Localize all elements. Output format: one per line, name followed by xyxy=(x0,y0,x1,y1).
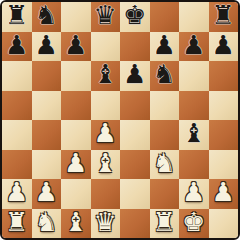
white-pawn-h2[interactable]: ♟ xyxy=(212,179,235,207)
square-f6[interactable]: ♞ xyxy=(150,61,180,91)
white-pawn-a2[interactable]: ♟ xyxy=(5,179,28,207)
square-d7[interactable] xyxy=(91,32,121,62)
black-rook-h8[interactable]: ♜ xyxy=(212,2,235,30)
square-g4[interactable]: ♝ xyxy=(179,120,209,150)
square-b1[interactable]: ♞ xyxy=(32,209,62,239)
square-e6[interactable]: ♟ xyxy=(120,61,150,91)
white-pawn-d4[interactable]: ♟ xyxy=(94,120,117,148)
black-queen-d8[interactable]: ♛ xyxy=(94,2,117,30)
square-g5[interactable] xyxy=(179,91,209,121)
white-pawn-c3[interactable]: ♟ xyxy=(64,150,87,178)
black-rook-a8[interactable]: ♜ xyxy=(5,2,28,30)
square-c3[interactable]: ♟ xyxy=(61,150,91,180)
square-a6[interactable] xyxy=(2,61,32,91)
square-h8[interactable]: ♜ xyxy=(209,2,239,32)
square-a8[interactable]: ♜ xyxy=(2,2,32,32)
square-d5[interactable] xyxy=(91,91,121,121)
black-pawn-b7[interactable]: ♟ xyxy=(35,32,58,60)
square-a5[interactable] xyxy=(2,91,32,121)
square-c5[interactable] xyxy=(61,91,91,121)
black-king-e8[interactable]: ♚ xyxy=(123,2,146,30)
square-f7[interactable]: ♟ xyxy=(150,32,180,62)
white-queen-d1[interactable]: ♛ xyxy=(94,209,117,237)
square-c1[interactable]: ♝ xyxy=(61,209,91,239)
square-e1[interactable] xyxy=(120,209,150,239)
square-d8[interactable]: ♛ xyxy=(91,2,121,32)
square-b6[interactable] xyxy=(32,61,62,91)
square-c8[interactable] xyxy=(61,2,91,32)
square-g8[interactable] xyxy=(179,2,209,32)
square-b5[interactable] xyxy=(32,91,62,121)
square-e3[interactable] xyxy=(120,150,150,180)
black-bishop-d6[interactable]: ♝ xyxy=(94,61,117,89)
white-rook-f1[interactable]: ♜ xyxy=(153,209,176,237)
black-pawn-h7[interactable]: ♟ xyxy=(212,32,235,60)
square-f4[interactable] xyxy=(150,120,180,150)
square-h5[interactable] xyxy=(209,91,239,121)
square-h1[interactable] xyxy=(209,209,239,239)
square-d6[interactable]: ♝ xyxy=(91,61,121,91)
square-g6[interactable] xyxy=(179,61,209,91)
square-d1[interactable]: ♛ xyxy=(91,209,121,239)
square-e2[interactable] xyxy=(120,179,150,209)
square-a2[interactable]: ♟ xyxy=(2,179,32,209)
square-c2[interactable] xyxy=(61,179,91,209)
square-f8[interactable] xyxy=(150,2,180,32)
square-d3[interactable]: ♝ xyxy=(91,150,121,180)
square-a4[interactable] xyxy=(2,120,32,150)
black-bishop-g4[interactable]: ♝ xyxy=(182,120,205,148)
white-rook-a1[interactable]: ♜ xyxy=(5,209,28,237)
black-pawn-a7[interactable]: ♟ xyxy=(5,32,28,60)
square-d4[interactable]: ♟ xyxy=(91,120,121,150)
square-g1[interactable]: ♚ xyxy=(179,209,209,239)
square-h6[interactable] xyxy=(209,61,239,91)
square-e4[interactable] xyxy=(120,120,150,150)
black-pawn-e6[interactable]: ♟ xyxy=(123,61,146,89)
white-knight-f3[interactable]: ♞ xyxy=(153,150,176,178)
square-f2[interactable] xyxy=(150,179,180,209)
square-h2[interactable]: ♟ xyxy=(209,179,239,209)
white-pawn-b2[interactable]: ♟ xyxy=(35,179,58,207)
square-g3[interactable] xyxy=(179,150,209,180)
square-d2[interactable] xyxy=(91,179,121,209)
square-e7[interactable] xyxy=(120,32,150,62)
square-h4[interactable] xyxy=(209,120,239,150)
square-b8[interactable]: ♞ xyxy=(32,2,62,32)
board-frame: ♜♞♛♚♜♟♟♟♟♟♟♝♟♞♟♝♟♝♞♟♟♟♟♜♞♝♛♜♚ xyxy=(0,0,240,240)
square-a3[interactable] xyxy=(2,150,32,180)
black-pawn-c7[interactable]: ♟ xyxy=(64,32,87,60)
square-g2[interactable]: ♟ xyxy=(179,179,209,209)
square-f3[interactable]: ♞ xyxy=(150,150,180,180)
white-bishop-c1[interactable]: ♝ xyxy=(64,209,87,237)
square-b7[interactable]: ♟ xyxy=(32,32,62,62)
black-pawn-f7[interactable]: ♟ xyxy=(153,32,176,60)
black-knight-f6[interactable]: ♞ xyxy=(153,61,176,89)
square-h3[interactable] xyxy=(209,150,239,180)
square-h7[interactable]: ♟ xyxy=(209,32,239,62)
square-e5[interactable] xyxy=(120,91,150,121)
square-b2[interactable]: ♟ xyxy=(32,179,62,209)
white-bishop-d3[interactable]: ♝ xyxy=(94,150,117,178)
white-knight-b1[interactable]: ♞ xyxy=(35,209,58,237)
square-b3[interactable] xyxy=(32,150,62,180)
square-a7[interactable]: ♟ xyxy=(2,32,32,62)
square-b4[interactable] xyxy=(32,120,62,150)
white-king-g1[interactable]: ♚ xyxy=(182,209,205,237)
square-e8[interactable]: ♚ xyxy=(120,2,150,32)
square-c7[interactable]: ♟ xyxy=(61,32,91,62)
black-pawn-g7[interactable]: ♟ xyxy=(182,32,205,60)
chess-board: ♜♞♛♚♜♟♟♟♟♟♟♝♟♞♟♝♟♝♞♟♟♟♟♜♞♝♛♜♚ xyxy=(2,2,238,238)
square-c4[interactable] xyxy=(61,120,91,150)
square-g7[interactable]: ♟ xyxy=(179,32,209,62)
square-f5[interactable] xyxy=(150,91,180,121)
white-pawn-g2[interactable]: ♟ xyxy=(182,179,205,207)
black-knight-b8[interactable]: ♞ xyxy=(35,2,58,30)
square-f1[interactable]: ♜ xyxy=(150,209,180,239)
square-a1[interactable]: ♜ xyxy=(2,209,32,239)
square-c6[interactable] xyxy=(61,61,91,91)
